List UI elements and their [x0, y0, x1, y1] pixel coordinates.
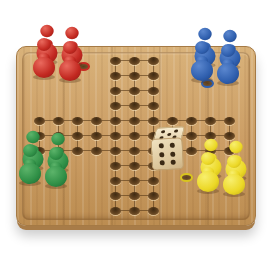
track-hole[interactable]: [30, 113, 49, 128]
track-hole[interactable]: [106, 143, 125, 158]
yellow-peg-head: [227, 155, 241, 168]
board-wood: [87, 98, 106, 113]
hole: [186, 117, 197, 125]
track-hole[interactable]: [144, 203, 163, 218]
red-peg-body: [59, 60, 81, 81]
hole: [129, 207, 140, 215]
hole: [110, 87, 121, 95]
board-wood: [163, 188, 182, 203]
yellow-start-ring[interactable]: [180, 173, 193, 182]
track-hole[interactable]: [125, 128, 144, 143]
hole: [91, 132, 102, 140]
track-hole[interactable]: [106, 53, 125, 68]
board-wood: [68, 98, 87, 113]
track-hole[interactable]: [201, 113, 220, 128]
hole: [129, 162, 140, 170]
yellow-peg[interactable]: [222, 155, 246, 195]
hole: [110, 102, 121, 110]
hole: [167, 117, 178, 125]
hole: [129, 87, 140, 95]
board-wood: [201, 203, 220, 218]
board-wood: [163, 173, 182, 188]
yellow-peg-head: [204, 139, 217, 151]
track-hole[interactable]: [182, 113, 201, 128]
board-wood: [49, 203, 68, 218]
track-hole[interactable]: [106, 158, 125, 173]
die-pip: [160, 160, 165, 165]
board-wood: [49, 98, 68, 113]
die-pip: [159, 152, 164, 157]
red-peg-head: [63, 41, 77, 54]
red-peg-head: [65, 27, 78, 39]
hole: [148, 72, 159, 80]
board-wood: [220, 203, 239, 218]
track-hole[interactable]: [125, 188, 144, 203]
board-wood: [87, 158, 106, 173]
hole: [148, 207, 159, 215]
die-pip: [166, 133, 171, 136]
board-wood: [201, 98, 220, 113]
board-wood: [163, 53, 182, 68]
die-pip: [173, 129, 178, 132]
track-hole[interactable]: [106, 98, 125, 113]
track-hole[interactable]: [125, 68, 144, 83]
track-hole[interactable]: [125, 143, 144, 158]
hole: [148, 177, 159, 185]
track-hole[interactable]: [106, 188, 125, 203]
track-hole[interactable]: [125, 158, 144, 173]
red-peg[interactable]: [58, 41, 82, 81]
die-pip: [170, 151, 175, 156]
board-wood: [182, 203, 201, 218]
yellow-peg-body: [223, 174, 245, 195]
die-pip: [170, 143, 175, 148]
track-hole[interactable]: [144, 113, 163, 128]
hole: [148, 57, 159, 65]
blue-peg-body: [217, 63, 239, 84]
hole: [110, 132, 121, 140]
track-hole[interactable]: [144, 68, 163, 83]
track-hole[interactable]: [125, 113, 144, 128]
hole: [148, 117, 159, 125]
track-hole[interactable]: [87, 113, 106, 128]
board-wood: [87, 173, 106, 188]
photo-stage: [0, 0, 268, 268]
board-wood: [163, 98, 182, 113]
hole: [110, 147, 121, 155]
die-pip: [161, 130, 166, 133]
green-peg-head: [51, 133, 64, 145]
track-hole[interactable]: [144, 98, 163, 113]
track-hole[interactable]: [106, 173, 125, 188]
board-wood: [87, 68, 106, 83]
hole: [34, 117, 45, 125]
blue-peg-head: [198, 28, 211, 40]
green-peg-body: [19, 163, 41, 184]
track-hole[interactable]: [106, 83, 125, 98]
yellow-home-pegs: [196, 138, 252, 204]
blue-peg-body: [191, 60, 213, 81]
hole: [129, 147, 140, 155]
green-peg[interactable]: [44, 147, 68, 187]
track-hole[interactable]: [106, 113, 125, 128]
board-wood: [163, 203, 182, 218]
hole: [110, 207, 121, 215]
track-hole[interactable]: [144, 83, 163, 98]
hole: [110, 177, 121, 185]
green-peg-head: [26, 131, 39, 143]
track-hole[interactable]: [87, 143, 106, 158]
track-hole[interactable]: [125, 173, 144, 188]
hole: [129, 192, 140, 200]
track-hole[interactable]: [144, 173, 163, 188]
die-front-face: [150, 137, 184, 171]
die[interactable]: [150, 126, 186, 172]
blue-peg-head: [195, 41, 209, 54]
board-wood: [220, 98, 239, 113]
hole: [129, 117, 140, 125]
red-home-pegs: [32, 24, 88, 90]
green-peg-head: [49, 147, 63, 160]
green-peg-body: [45, 166, 67, 187]
board-wood: [30, 98, 49, 113]
yellow-peg[interactable]: [196, 152, 220, 192]
hole: [148, 87, 159, 95]
board-wood: [87, 203, 106, 218]
hole: [129, 102, 140, 110]
die-pip: [170, 160, 175, 165]
blue-peg-head: [221, 44, 235, 57]
track-hole[interactable]: [125, 98, 144, 113]
track-hole[interactable]: [144, 53, 163, 68]
track-hole[interactable]: [87, 128, 106, 143]
yellow-peg-head: [201, 152, 215, 165]
hole: [129, 132, 140, 140]
hole: [72, 117, 83, 125]
track-hole[interactable]: [106, 203, 125, 218]
red-peg-head: [37, 38, 51, 51]
board-wood: [87, 188, 106, 203]
track-hole[interactable]: [125, 53, 144, 68]
blue-peg[interactable]: [216, 44, 240, 84]
yellow-peg-head: [229, 141, 242, 153]
yellow-peg-body: [197, 171, 219, 192]
green-peg-head: [23, 144, 37, 157]
track-hole[interactable]: [125, 83, 144, 98]
red-peg[interactable]: [32, 38, 56, 78]
green-home-pegs: [18, 130, 74, 196]
track-hole[interactable]: [220, 113, 239, 128]
hole: [224, 117, 235, 125]
hole: [110, 72, 121, 80]
board-wood: [163, 83, 182, 98]
hole: [110, 192, 121, 200]
red-peg-body: [33, 57, 55, 78]
hole: [205, 117, 216, 125]
hole: [91, 147, 102, 155]
track-hole[interactable]: [106, 128, 125, 143]
hole: [110, 162, 121, 170]
board-wood: [30, 203, 49, 218]
hole: [53, 117, 64, 125]
hole: [110, 117, 121, 125]
red-peg-head: [40, 25, 53, 37]
hole: [148, 192, 159, 200]
hole: [129, 177, 140, 185]
blue-peg-head: [223, 30, 236, 42]
blue-peg[interactable]: [190, 41, 214, 81]
board-wood: [87, 83, 106, 98]
hole: [91, 117, 102, 125]
track-hole[interactable]: [49, 113, 68, 128]
track-hole[interactable]: [106, 68, 125, 83]
board-wood: [68, 203, 87, 218]
hole: [110, 57, 121, 65]
board-wood: [182, 98, 201, 113]
track-hole[interactable]: [144, 188, 163, 203]
hole: [129, 57, 140, 65]
track-hole[interactable]: [68, 113, 87, 128]
hole: [129, 72, 140, 80]
board-wood: [163, 68, 182, 83]
track-hole[interactable]: [125, 203, 144, 218]
die-pip: [159, 143, 164, 148]
green-peg[interactable]: [18, 144, 42, 184]
blue-home-pegs: [190, 27, 246, 93]
hole: [148, 102, 159, 110]
